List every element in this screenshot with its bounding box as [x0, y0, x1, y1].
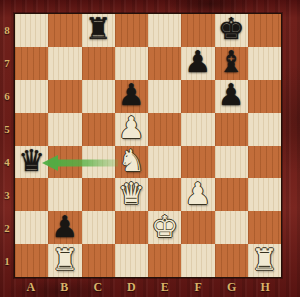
square-g6[interactable]: ♟	[215, 80, 248, 113]
rank-label-8: 8	[0, 13, 14, 46]
piece-bP-d6: ♟	[118, 80, 145, 110]
file-label-h: H	[249, 278, 283, 297]
square-f2[interactable]	[181, 211, 214, 244]
square-e5[interactable]	[148, 113, 181, 146]
square-h5[interactable]	[248, 113, 281, 146]
piece-wN-d4: ♞	[118, 146, 145, 176]
rank-label-6: 6	[0, 79, 14, 112]
square-c1[interactable]	[82, 244, 115, 277]
square-a3[interactable]	[15, 178, 48, 211]
square-h6[interactable]	[248, 80, 281, 113]
square-c4[interactable]	[82, 146, 115, 179]
square-e2[interactable]: ♚	[148, 211, 181, 244]
square-b8[interactable]	[48, 14, 81, 47]
square-b7[interactable]	[48, 47, 81, 80]
square-e7[interactable]	[148, 47, 181, 80]
chess-board-widget: ♜♚♟♝♟♟♟♛♞♛♟♟♚♜♜ 87654321 ABCDEFGH	[0, 0, 300, 297]
square-h2[interactable]	[248, 211, 281, 244]
square-a5[interactable]	[15, 113, 48, 146]
file-label-b: B	[48, 278, 82, 297]
square-c2[interactable]	[82, 211, 115, 244]
piece-wQ-d3: ♛	[118, 179, 145, 209]
square-h4[interactable]	[248, 146, 281, 179]
square-d7[interactable]	[115, 47, 148, 80]
square-h1[interactable]: ♜	[248, 244, 281, 277]
square-a4[interactable]: ♛	[15, 146, 48, 179]
square-f5[interactable]	[181, 113, 214, 146]
piece-bQ-a4: ♛	[18, 146, 45, 176]
square-h8[interactable]	[248, 14, 281, 47]
file-label-c: C	[81, 278, 115, 297]
square-f7[interactable]: ♟	[181, 47, 214, 80]
file-label-d: D	[115, 278, 149, 297]
square-g8[interactable]: ♚	[215, 14, 248, 47]
square-g1[interactable]	[215, 244, 248, 277]
square-d1[interactable]	[115, 244, 148, 277]
file-label-e: E	[148, 278, 182, 297]
square-c5[interactable]	[82, 113, 115, 146]
square-a6[interactable]	[15, 80, 48, 113]
square-e1[interactable]	[148, 244, 181, 277]
square-f6[interactable]	[181, 80, 214, 113]
piece-bP-b2: ♟	[51, 212, 78, 242]
square-d2[interactable]	[115, 211, 148, 244]
square-f1[interactable]	[181, 244, 214, 277]
file-labels: ABCDEFGH	[14, 278, 282, 297]
file-label-a: A	[14, 278, 48, 297]
square-e4[interactable]	[148, 146, 181, 179]
square-g4[interactable]	[215, 146, 248, 179]
piece-bP-g6: ♟	[218, 80, 245, 110]
square-b6[interactable]	[48, 80, 81, 113]
square-c6[interactable]	[82, 80, 115, 113]
rank-label-5: 5	[0, 112, 14, 145]
square-d6[interactable]: ♟	[115, 80, 148, 113]
square-c8[interactable]: ♜	[82, 14, 115, 47]
piece-wR-h1: ♜	[251, 245, 278, 275]
rank-label-2: 2	[0, 212, 14, 245]
piece-bK-g8: ♚	[218, 14, 245, 44]
square-f4[interactable]	[181, 146, 214, 179]
square-g2[interactable]	[215, 211, 248, 244]
rank-label-7: 7	[0, 46, 14, 79]
rank-label-3: 3	[0, 179, 14, 212]
piece-wK-e2: ♚	[151, 212, 178, 242]
square-b5[interactable]	[48, 113, 81, 146]
square-g5[interactable]	[215, 113, 248, 146]
square-h7[interactable]	[248, 47, 281, 80]
piece-wP-f3: ♟	[184, 179, 211, 209]
square-g3[interactable]	[215, 178, 248, 211]
square-d8[interactable]	[115, 14, 148, 47]
square-e3[interactable]	[148, 178, 181, 211]
square-g7[interactable]: ♝	[215, 47, 248, 80]
square-a1[interactable]	[15, 244, 48, 277]
square-b4[interactable]	[48, 146, 81, 179]
piece-bB-g7: ♝	[218, 47, 245, 77]
rank-labels: 87654321	[0, 13, 14, 278]
rank-label-1: 1	[0, 245, 14, 278]
chess-board: ♜♚♟♝♟♟♟♛♞♛♟♟♚♜♜	[14, 13, 282, 278]
square-a7[interactable]	[15, 47, 48, 80]
file-label-f: F	[182, 278, 216, 297]
piece-bP-f7: ♟	[184, 47, 211, 77]
square-f8[interactable]	[181, 14, 214, 47]
square-c3[interactable]	[82, 178, 115, 211]
square-c7[interactable]	[82, 47, 115, 80]
piece-bR-c8: ♜	[85, 14, 112, 44]
piece-wP-d5: ♟	[118, 113, 145, 143]
square-h3[interactable]	[248, 178, 281, 211]
square-b3[interactable]	[48, 178, 81, 211]
square-f3[interactable]: ♟	[181, 178, 214, 211]
file-label-g: G	[215, 278, 249, 297]
piece-wR-b1: ♜	[51, 245, 78, 275]
square-d3[interactable]: ♛	[115, 178, 148, 211]
square-e6[interactable]	[148, 80, 181, 113]
rank-label-4: 4	[0, 146, 14, 179]
square-d4[interactable]: ♞	[115, 146, 148, 179]
square-a2[interactable]	[15, 211, 48, 244]
square-b1[interactable]: ♜	[48, 244, 81, 277]
square-a8[interactable]	[15, 14, 48, 47]
square-e8[interactable]	[148, 14, 181, 47]
square-b2[interactable]: ♟	[48, 211, 81, 244]
square-d5[interactable]: ♟	[115, 113, 148, 146]
